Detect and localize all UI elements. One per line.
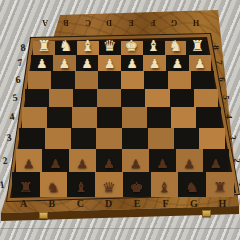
coordinate-label-H: H <box>214 199 230 209</box>
coordinate-label-D: D <box>101 18 117 26</box>
square-b6[interactable] <box>51 71 74 88</box>
piece-black-pawn-g2[interactable]: ♟ <box>176 159 203 171</box>
board-row-rank-3 <box>19 128 225 150</box>
square-a5[interactable] <box>25 89 49 108</box>
square-g6[interactable] <box>168 71 191 88</box>
coordinate-label-G: G <box>186 199 202 209</box>
square-d4[interactable] <box>97 107 122 127</box>
piece-black-queen-d1[interactable]: ♛ <box>95 181 123 195</box>
coordinate-label-3: 3 <box>228 130 237 146</box>
coordinate-label-8: 8 <box>211 40 220 56</box>
coordinate-label-2: 2 <box>0 155 14 167</box>
square-a3[interactable] <box>19 128 45 150</box>
coordinate-label-6: 6 <box>217 71 226 87</box>
piece-black-rook-a1[interactable]: ♜ <box>12 181 40 195</box>
square-g3[interactable] <box>174 128 200 150</box>
coordinate-label-C: C <box>80 18 96 26</box>
square-f6[interactable] <box>144 71 167 88</box>
coordinate-label-1: 1 <box>0 179 10 191</box>
coordinate-label-B: B <box>44 199 60 209</box>
piece-white-knight-b8[interactable]: ♞ <box>55 39 77 54</box>
square-e5[interactable] <box>121 89 145 108</box>
coordinate-label-F: F <box>158 199 174 209</box>
coordinate-label-H: H <box>188 18 204 26</box>
coordinate-label-C: C <box>72 199 88 209</box>
piece-white-king-e8[interactable]: ♚ <box>121 39 143 54</box>
piece-black-knight-g1[interactable]: ♞ <box>178 181 206 195</box>
hinge-right <box>202 210 211 217</box>
square-b3[interactable] <box>45 128 71 150</box>
piece-black-pawn-f2[interactable]: ♟ <box>149 159 176 171</box>
square-a4[interactable] <box>22 107 47 127</box>
board-row-rank-6 <box>28 71 214 88</box>
square-b5[interactable] <box>49 89 73 108</box>
square-c3[interactable] <box>71 128 97 150</box>
floor-plank-seam <box>0 228 240 229</box>
piece-black-pawn-c2[interactable]: ♟ <box>69 159 96 171</box>
coordinate-label-B: B <box>58 18 74 26</box>
piece-white-pawn-g7[interactable]: ♟ <box>166 58 189 71</box>
coordinate-label-D: D <box>101 199 117 209</box>
piece-white-bishop-f8[interactable]: ♝ <box>143 39 165 54</box>
square-f5[interactable] <box>145 89 169 108</box>
square-c5[interactable] <box>73 89 97 108</box>
piece-black-pawn-h2[interactable]: ♟ <box>203 159 230 171</box>
piece-black-pawn-a2[interactable]: ♟ <box>16 159 43 171</box>
coordinate-label-F: F <box>145 18 161 26</box>
square-e6[interactable] <box>121 71 144 88</box>
square-h5[interactable] <box>194 89 218 108</box>
coordinate-label-E: E <box>129 199 145 209</box>
coordinate-label-E: E <box>123 18 139 26</box>
coordinate-label-5: 5 <box>6 92 23 104</box>
piece-white-rook-a8[interactable]: ♜ <box>33 39 55 54</box>
square-h3[interactable] <box>199 128 225 150</box>
piece-white-pawn-b7[interactable]: ♟ <box>53 58 76 71</box>
piece-black-bishop-c1[interactable]: ♝ <box>67 181 95 195</box>
chess-box-photo: AABBCCDDEEFFGGHH8877665544332211 ♜♞♝♛♚♝♞… <box>0 0 240 240</box>
square-b4[interactable] <box>47 107 72 127</box>
coordinate-label-2: 2 <box>232 152 240 168</box>
piece-black-pawn-e2[interactable]: ♟ <box>122 159 149 171</box>
coordinate-label-5: 5 <box>220 89 229 105</box>
square-e4[interactable] <box>122 107 147 127</box>
piece-black-bishop-f1[interactable]: ♝ <box>151 181 179 195</box>
piece-white-knight-g8[interactable]: ♞ <box>164 39 186 54</box>
piece-white-bishop-c8[interactable]: ♝ <box>77 39 99 54</box>
piece-white-rook-h8[interactable]: ♜ <box>186 39 208 54</box>
piece-black-pawn-d2[interactable]: ♟ <box>96 159 123 171</box>
square-g5[interactable] <box>170 89 194 108</box>
piece-white-pawn-e7[interactable]: ♟ <box>121 58 144 71</box>
coordinate-label-A: A <box>37 18 53 26</box>
piece-white-pawn-a7[interactable]: ♟ <box>31 58 54 71</box>
coordinate-label-1: 1 <box>236 176 240 192</box>
coordinate-label-G: G <box>166 18 182 26</box>
board-row-rank-5 <box>25 89 217 108</box>
coordinate-label-4: 4 <box>224 109 233 125</box>
coordinate-label-A: A <box>16 199 32 209</box>
piece-white-pawn-c7[interactable]: ♟ <box>76 58 99 71</box>
square-c4[interactable] <box>72 107 97 127</box>
square-f3[interactable] <box>148 128 174 150</box>
square-f4[interactable] <box>147 107 172 127</box>
piece-black-king-e1[interactable]: ♚ <box>123 181 151 195</box>
piece-white-queen-d8[interactable]: ♛ <box>99 39 121 54</box>
coordinate-label-7: 7 <box>214 55 223 71</box>
piece-white-pawn-h7[interactable]: ♟ <box>189 58 212 71</box>
square-h6[interactable] <box>191 71 214 88</box>
square-d3[interactable] <box>96 128 122 150</box>
piece-white-pawn-f7[interactable]: ♟ <box>143 58 166 71</box>
piece-black-pawn-b2[interactable]: ♟ <box>42 159 69 171</box>
square-d6[interactable] <box>98 71 121 88</box>
square-a6[interactable] <box>28 71 51 88</box>
square-e3[interactable] <box>122 128 148 150</box>
piece-black-knight-b1[interactable]: ♞ <box>40 181 68 195</box>
square-d5[interactable] <box>97 89 121 108</box>
square-c6[interactable] <box>75 71 98 88</box>
piece-black-rook-h1[interactable]: ♜ <box>206 181 234 195</box>
board-row-rank-4 <box>22 107 221 127</box>
piece-white-pawn-d7[interactable]: ♟ <box>98 58 121 71</box>
square-g4[interactable] <box>171 107 196 127</box>
coordinate-label-6: 6 <box>9 74 26 86</box>
square-h4[interactable] <box>196 107 221 127</box>
hinge-left <box>39 212 48 219</box>
